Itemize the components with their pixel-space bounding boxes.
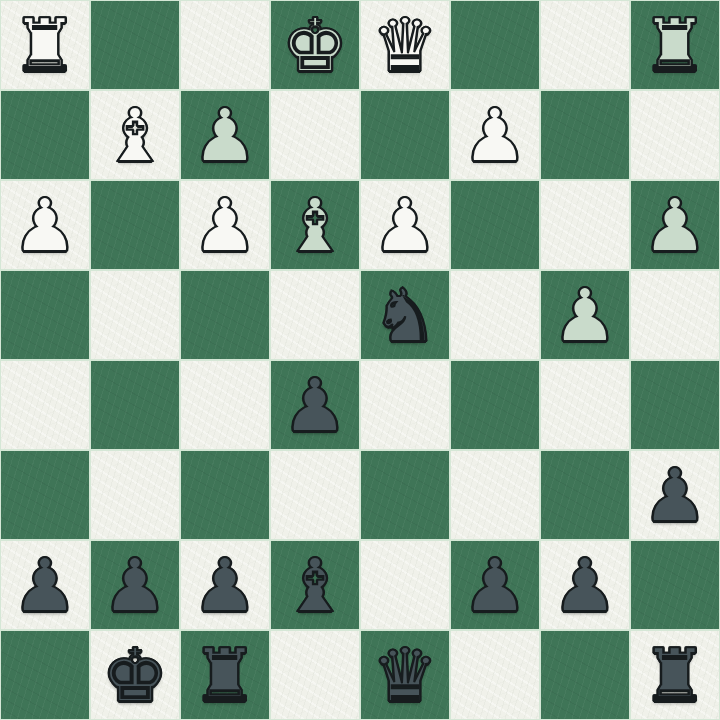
square-a6[interactable]: ♟ xyxy=(630,450,720,540)
piece-black-pawn-c7[interactable]: ♟ xyxy=(462,548,528,622)
square-h6[interactable] xyxy=(0,450,90,540)
square-b3[interactable] xyxy=(540,180,630,270)
piece-black-queen-d8[interactable]: ♛ xyxy=(372,638,438,712)
square-c8[interactable] xyxy=(450,630,540,720)
piece-white-king-e1[interactable]: ♚ xyxy=(282,8,348,82)
square-b7[interactable]: ♟ xyxy=(540,540,630,630)
piece-black-pawn-f7[interactable]: ♟ xyxy=(192,548,258,622)
piece-white-pawn-f2[interactable]: ♟ xyxy=(192,98,258,172)
piece-black-pawn-g7[interactable]: ♟ xyxy=(102,548,168,622)
square-g1[interactable] xyxy=(90,0,180,90)
square-g7[interactable]: ♟ xyxy=(90,540,180,630)
square-d5[interactable] xyxy=(360,360,450,450)
square-c7[interactable]: ♟ xyxy=(450,540,540,630)
square-f7[interactable]: ♟ xyxy=(180,540,270,630)
piece-black-rook-f8[interactable]: ♜ xyxy=(192,638,258,712)
square-a3[interactable]: ♟ xyxy=(630,180,720,270)
square-g8[interactable]: ♚ xyxy=(90,630,180,720)
square-h7[interactable]: ♟ xyxy=(0,540,90,630)
square-e3[interactable]: ♝ xyxy=(270,180,360,270)
square-g3[interactable] xyxy=(90,180,180,270)
square-h5[interactable] xyxy=(0,360,90,450)
piece-white-pawn-f3[interactable]: ♟ xyxy=(192,188,258,262)
square-e6[interactable] xyxy=(270,450,360,540)
square-c3[interactable] xyxy=(450,180,540,270)
square-h3[interactable]: ♟ xyxy=(0,180,90,270)
piece-white-pawn-h3[interactable]: ♟ xyxy=(12,188,78,262)
square-f6[interactable] xyxy=(180,450,270,540)
square-f3[interactable]: ♟ xyxy=(180,180,270,270)
square-d3[interactable]: ♟ xyxy=(360,180,450,270)
square-a7[interactable] xyxy=(630,540,720,630)
chess-board: ♜♚♛♜♝♟♟♟♟♝♟♟♞♟♟♟♟♟♟♝♟♟♚♜♛♜ xyxy=(0,0,720,720)
piece-white-queen-d1[interactable]: ♛ xyxy=(372,8,438,82)
square-d4[interactable]: ♞ xyxy=(360,270,450,360)
square-g5[interactable] xyxy=(90,360,180,450)
square-f4[interactable] xyxy=(180,270,270,360)
square-b2[interactable] xyxy=(540,90,630,180)
square-f1[interactable] xyxy=(180,0,270,90)
chess-board-wrapper: ♜♚♛♜♝♟♟♟♟♝♟♟♞♟♟♟♟♟♟♝♟♟♚♜♛♜ xyxy=(0,0,720,720)
square-f5[interactable] xyxy=(180,360,270,450)
square-d1[interactable]: ♛ xyxy=(360,0,450,90)
piece-white-pawn-d3[interactable]: ♟ xyxy=(372,188,438,262)
square-h1[interactable]: ♜ xyxy=(0,0,90,90)
square-g4[interactable] xyxy=(90,270,180,360)
piece-white-rook-a1[interactable]: ♜ xyxy=(642,8,708,82)
square-b4[interactable]: ♟ xyxy=(540,270,630,360)
square-d6[interactable] xyxy=(360,450,450,540)
square-f2[interactable]: ♟ xyxy=(180,90,270,180)
square-e7[interactable]: ♝ xyxy=(270,540,360,630)
piece-white-rook-h1[interactable]: ♜ xyxy=(12,8,78,82)
square-c5[interactable] xyxy=(450,360,540,450)
piece-white-pawn-a3[interactable]: ♟ xyxy=(642,188,708,262)
square-h2[interactable] xyxy=(0,90,90,180)
piece-white-bishop-e3[interactable]: ♝ xyxy=(282,188,348,262)
square-d7[interactable] xyxy=(360,540,450,630)
square-f8[interactable]: ♜ xyxy=(180,630,270,720)
square-e8[interactable] xyxy=(270,630,360,720)
square-b8[interactable] xyxy=(540,630,630,720)
piece-black-knight-d4[interactable]: ♞ xyxy=(372,278,438,352)
square-g6[interactable] xyxy=(90,450,180,540)
square-g2[interactable]: ♝ xyxy=(90,90,180,180)
square-h8[interactable] xyxy=(0,630,90,720)
piece-white-pawn-b4[interactable]: ♟ xyxy=(552,278,618,352)
square-c2[interactable]: ♟ xyxy=(450,90,540,180)
square-d8[interactable]: ♛ xyxy=(360,630,450,720)
square-e1[interactable]: ♚ xyxy=(270,0,360,90)
square-b1[interactable] xyxy=(540,0,630,90)
square-c1[interactable] xyxy=(450,0,540,90)
square-e4[interactable] xyxy=(270,270,360,360)
piece-black-pawn-a6[interactable]: ♟ xyxy=(642,458,708,532)
square-e2[interactable] xyxy=(270,90,360,180)
square-a1[interactable]: ♜ xyxy=(630,0,720,90)
square-b5[interactable] xyxy=(540,360,630,450)
square-a2[interactable] xyxy=(630,90,720,180)
square-b6[interactable] xyxy=(540,450,630,540)
square-a8[interactable]: ♜ xyxy=(630,630,720,720)
piece-white-bishop-g2[interactable]: ♝ xyxy=(102,98,168,172)
square-d2[interactable] xyxy=(360,90,450,180)
piece-black-king-g8[interactable]: ♚ xyxy=(102,638,168,712)
piece-black-pawn-h7[interactable]: ♟ xyxy=(12,548,78,622)
square-c4[interactable] xyxy=(450,270,540,360)
square-a5[interactable] xyxy=(630,360,720,450)
piece-black-pawn-e5[interactable]: ♟ xyxy=(282,368,348,442)
square-h4[interactable] xyxy=(0,270,90,360)
piece-black-rook-a8[interactable]: ♜ xyxy=(642,638,708,712)
piece-black-bishop-e7[interactable]: ♝ xyxy=(282,548,348,622)
square-a4[interactable] xyxy=(630,270,720,360)
square-c6[interactable] xyxy=(450,450,540,540)
piece-white-pawn-c2[interactable]: ♟ xyxy=(462,98,528,172)
square-e5[interactable]: ♟ xyxy=(270,360,360,450)
piece-black-pawn-b7[interactable]: ♟ xyxy=(552,548,618,622)
